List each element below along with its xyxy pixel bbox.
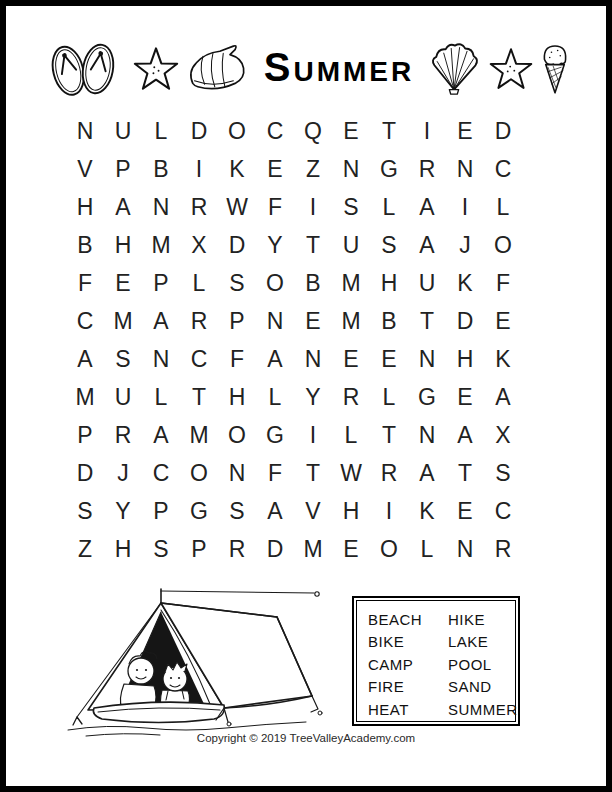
grid-cell-r4c5[interactable]: D <box>218 226 256 264</box>
word-list-box: BEACHHIKEBIKELAKECAMPPOOLFIRESANDHEATSUM… <box>352 596 520 726</box>
grid-cell-r9c2[interactable]: R <box>104 416 142 454</box>
flip-flops-icon <box>42 34 126 104</box>
grid-cell-r10c11[interactable]: T <box>446 454 484 492</box>
grid-cell-r5c6[interactable]: O <box>256 264 294 302</box>
grid-cell-r10c3[interactable]: C <box>142 454 180 492</box>
grid-cell-r8c1[interactable]: M <box>66 378 104 416</box>
grid-cell-r8c10[interactable]: G <box>408 378 446 416</box>
grid-cell-r7c12[interactable]: K <box>484 340 522 378</box>
grid-cell-r6c8[interactable]: M <box>332 302 370 340</box>
grid-cell-r11c9[interactable]: I <box>370 492 408 530</box>
grid-cell-r3c5[interactable]: W <box>218 188 256 226</box>
grid-cell-r9c3[interactable]: A <box>142 416 180 454</box>
grid-cell-r10c7[interactable]: T <box>294 454 332 492</box>
grid-cell-r5c11[interactable]: K <box>446 264 484 302</box>
header: Summer <box>6 34 606 104</box>
grid-cell-r3c6[interactable]: F <box>256 188 294 226</box>
word-list-item-5: CAMP <box>368 656 448 673</box>
grid-cell-r7c4[interactable]: C <box>180 340 218 378</box>
grid-cell-r2c9[interactable]: G <box>370 150 408 188</box>
grid-cell-r4c9[interactable]: S <box>370 226 408 264</box>
grid-cell-r3c11[interactable]: I <box>446 188 484 226</box>
grid-cell-r4c8[interactable]: U <box>332 226 370 264</box>
grid-cell-r9c12[interactable]: X <box>484 416 522 454</box>
word-list-item-6: POOL <box>448 656 518 673</box>
grid-cell-r8c12[interactable]: A <box>484 378 522 416</box>
grid-cell-r10c12[interactable]: S <box>484 454 522 492</box>
grid-cell-r5c5[interactable]: S <box>218 264 256 302</box>
grid-cell-r5c1[interactable]: F <box>66 264 104 302</box>
grid-cell-r9c9[interactable]: T <box>370 416 408 454</box>
word-list-item-9: HEAT <box>368 701 448 718</box>
grid-cell-r2c4[interactable]: I <box>180 150 218 188</box>
page-title: Summer <box>258 44 420 95</box>
grid-cell-r9c4[interactable]: M <box>180 416 218 454</box>
grid-cell-r12c3[interactable]: S <box>142 530 180 568</box>
grid-cell-r3c3[interactable]: N <box>142 188 180 226</box>
starfish-icon <box>488 46 534 92</box>
grid-cell-r6c1[interactable]: C <box>66 302 104 340</box>
grid-cell-r5c4[interactable]: L <box>180 264 218 302</box>
word-list-item-3: BIKE <box>368 633 448 650</box>
grid-cell-r10c5[interactable]: N <box>218 454 256 492</box>
grid-cell-r4c2[interactable]: H <box>104 226 142 264</box>
grid-cell-r9c6[interactable]: G <box>256 416 294 454</box>
scallop-shell-icon <box>426 41 482 97</box>
grid-cell-r6c2[interactable]: M <box>104 302 142 340</box>
grid-cell-r8c7[interactable]: Y <box>294 378 332 416</box>
grid-cell-r7c6[interactable]: A <box>256 340 294 378</box>
grid-cell-r12c7[interactable]: M <box>294 530 332 568</box>
grid-cell-r4c3[interactable]: M <box>142 226 180 264</box>
grid-cell-r6c6[interactable]: N <box>256 302 294 340</box>
grid-cell-r11c2[interactable]: Y <box>104 492 142 530</box>
grid-cell-r7c8[interactable]: E <box>332 340 370 378</box>
grid-cell-r10c6[interactable]: F <box>256 454 294 492</box>
grid-cell-r2c12[interactable]: C <box>484 150 522 188</box>
grid-cell-r3c7[interactable]: I <box>294 188 332 226</box>
grid-cell-r1c12[interactable]: D <box>484 112 522 150</box>
grid-cell-r4c1[interactable]: B <box>66 226 104 264</box>
copyright-text: Copyright © 2019 TreeValleyAcademy.com <box>6 732 606 744</box>
grid-cell-r7c3[interactable]: N <box>142 340 180 378</box>
grid-cell-r9c1[interactable]: P <box>66 416 104 454</box>
grid-cell-r2c1[interactable]: V <box>66 150 104 188</box>
grid-cell-r3c4[interactable]: R <box>180 188 218 226</box>
grid-cell-r3c10[interactable]: A <box>408 188 446 226</box>
grid-cell-r1c9[interactable]: T <box>370 112 408 150</box>
grid-cell-r11c12[interactable]: C <box>484 492 522 530</box>
grid-cell-r2c3[interactable]: B <box>142 150 180 188</box>
grid-cell-r2c7[interactable]: Z <box>294 150 332 188</box>
grid-cell-r12c9[interactable]: O <box>370 530 408 568</box>
grid-cell-r12c12[interactable]: R <box>484 530 522 568</box>
grid-cell-r12c1[interactable]: Z <box>66 530 104 568</box>
grid-cell-r4c11[interactable]: J <box>446 226 484 264</box>
grid-cell-r11c1[interactable]: S <box>66 492 104 530</box>
grid-cell-r4c12[interactable]: O <box>484 226 522 264</box>
grid-cell-r9c5[interactable]: O <box>218 416 256 454</box>
tent-campers-illustration <box>64 586 332 750</box>
grid-cell-r12c5[interactable]: R <box>218 530 256 568</box>
grid-cell-r6c9[interactable]: B <box>370 302 408 340</box>
grid-cell-r5c3[interactable]: P <box>142 264 180 302</box>
grid-cell-r8c2[interactable]: U <box>104 378 142 416</box>
grid-cell-r11c3[interactable]: P <box>142 492 180 530</box>
grid-cell-r6c5[interactable]: P <box>218 302 256 340</box>
grid-cell-r6c12[interactable]: E <box>484 302 522 340</box>
grid-cell-r10c8[interactable]: W <box>332 454 370 492</box>
starfish-icon <box>132 45 180 93</box>
grid-cell-r7c1[interactable]: A <box>66 340 104 378</box>
grid-cell-r11c11[interactable]: E <box>446 492 484 530</box>
grid-cell-r2c11[interactable]: N <box>446 150 484 188</box>
grid-cell-r4c6[interactable]: Y <box>256 226 294 264</box>
grid-cell-r6c3[interactable]: A <box>142 302 180 340</box>
grid-cell-r11c4[interactable]: G <box>180 492 218 530</box>
grid-cell-r1c3[interactable]: L <box>142 112 180 150</box>
grid-cell-r11c8[interactable]: H <box>332 492 370 530</box>
grid-cell-r8c3[interactable]: L <box>142 378 180 416</box>
grid-cell-r4c4[interactable]: X <box>180 226 218 264</box>
grid-cell-r8c4[interactable]: T <box>180 378 218 416</box>
grid-cell-r6c10[interactable]: T <box>408 302 446 340</box>
grid-cell-r1c11[interactable]: E <box>446 112 484 150</box>
grid-cell-r8c11[interactable]: E <box>446 378 484 416</box>
grid-cell-r8c8[interactable]: R <box>332 378 370 416</box>
grid-cell-r7c9[interactable]: E <box>370 340 408 378</box>
word-list-item-1: BEACH <box>368 611 448 628</box>
grid-cell-r3c12[interactable]: L <box>484 188 522 226</box>
grid-cell-r2c6[interactable]: E <box>256 150 294 188</box>
grid-cell-r12c8[interactable]: E <box>332 530 370 568</box>
grid-cell-r5c7[interactable]: B <box>294 264 332 302</box>
grid-cell-r1c7[interactable]: Q <box>294 112 332 150</box>
grid-cell-r2c10[interactable]: R <box>408 150 446 188</box>
grid-cell-r6c11[interactable]: D <box>446 302 484 340</box>
grid-cell-r10c10[interactable]: A <box>408 454 446 492</box>
grid-cell-r12c6[interactable]: D <box>256 530 294 568</box>
grid-cell-r1c10[interactable]: I <box>408 112 446 150</box>
grid-cell-r3c2[interactable]: A <box>104 188 142 226</box>
grid-cell-r12c11[interactable]: N <box>446 530 484 568</box>
grid-cell-r2c5[interactable]: K <box>218 150 256 188</box>
grid-cell-r12c10[interactable]: L <box>408 530 446 568</box>
grid-cell-r1c5[interactable]: O <box>218 112 256 150</box>
grid-cell-r7c7[interactable]: N <box>294 340 332 378</box>
grid-cell-r10c1[interactable]: D <box>66 454 104 492</box>
grid-cell-r6c4[interactable]: R <box>180 302 218 340</box>
word-list-item-4: LAKE <box>448 633 518 650</box>
word-list-item-2: HIKE <box>448 611 518 628</box>
grid-cell-r1c4[interactable]: D <box>180 112 218 150</box>
grid-cell-r1c8[interactable]: E <box>332 112 370 150</box>
grid-cell-r7c5[interactable]: F <box>218 340 256 378</box>
grid-cell-r5c12[interactable]: F <box>484 264 522 302</box>
grid-cell-r3c1[interactable]: H <box>66 188 104 226</box>
grid-cell-r9c10[interactable]: N <box>408 416 446 454</box>
grid-cell-r9c8[interactable]: L <box>332 416 370 454</box>
grid-cell-r5c2[interactable]: E <box>104 264 142 302</box>
grid-cell-r1c2[interactable]: U <box>104 112 142 150</box>
grid-cell-r6c7[interactable]: E <box>294 302 332 340</box>
grid-cell-r10c4[interactable]: O <box>180 454 218 492</box>
grid-cell-r12c4[interactable]: P <box>180 530 218 568</box>
grid-cell-r12c2[interactable]: H <box>104 530 142 568</box>
ice-cream-cone-icon <box>540 41 570 97</box>
conch-shell-icon <box>186 42 252 96</box>
word-list: BEACHHIKEBIKELAKECAMPPOOLFIRESANDHEATSUM… <box>356 600 516 722</box>
grid-cell-r7c2[interactable]: S <box>104 340 142 378</box>
grid-cell-r3c9[interactable]: L <box>370 188 408 226</box>
grid-cell-r5c10[interactable]: U <box>408 264 446 302</box>
grid-cell-r7c11[interactable]: H <box>446 340 484 378</box>
word-list-item-7: FIRE <box>368 678 448 695</box>
grid-cell-r9c11[interactable]: A <box>446 416 484 454</box>
grid-cell-r10c2[interactable]: J <box>104 454 142 492</box>
grid-cell-r5c8[interactable]: M <box>332 264 370 302</box>
grid-cell-r10c9[interactable]: R <box>370 454 408 492</box>
grid-cell-r8c5[interactable]: H <box>218 378 256 416</box>
grid-cell-r3c8[interactable]: S <box>332 188 370 226</box>
grid-cell-r4c7[interactable]: T <box>294 226 332 264</box>
grid-cell-r11c7[interactable]: V <box>294 492 332 530</box>
grid-cell-r1c1[interactable]: N <box>66 112 104 150</box>
word-list-item-10: SUMMER <box>448 701 518 718</box>
grid-cell-r8c9[interactable]: L <box>370 378 408 416</box>
grid-cell-r9c7[interactable]: I <box>294 416 332 454</box>
grid-cell-r1c6[interactable]: C <box>256 112 294 150</box>
grid-cell-r11c6[interactable]: A <box>256 492 294 530</box>
grid-cell-r4c10[interactable]: A <box>408 226 446 264</box>
grid-cell-r11c5[interactable]: S <box>218 492 256 530</box>
grid-cell-r5c9[interactable]: H <box>370 264 408 302</box>
word-list-item-8: SAND <box>448 678 518 695</box>
grid-cell-r7c10[interactable]: N <box>408 340 446 378</box>
worksheet-page: Summer <box>0 0 612 792</box>
grid-cell-r11c10[interactable]: K <box>408 492 446 530</box>
word-search-grid: NULDOCQETIEDVPBIKEZNGRNCHANRWFISLAILBHMX… <box>66 112 522 568</box>
grid-cell-r2c2[interactable]: P <box>104 150 142 188</box>
grid-cell-r8c6[interactable]: L <box>256 378 294 416</box>
grid-cell-r2c8[interactable]: N <box>332 150 370 188</box>
